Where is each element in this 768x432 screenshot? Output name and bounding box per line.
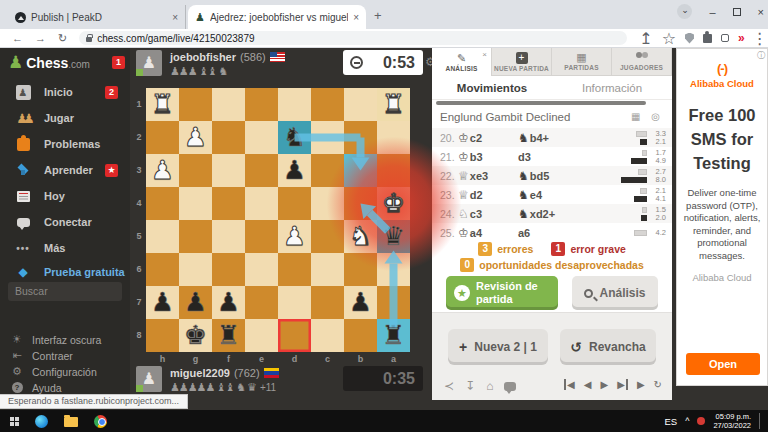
magnifier-icon (584, 289, 593, 298)
ad-body: Deliver one-time password (OTP), notific… (677, 187, 767, 262)
sidebar-footer-label: Interfaz oscura (32, 334, 101, 346)
black-move[interactable]: ♞xd2+ (518, 207, 578, 221)
square-c1[interactable] (311, 88, 344, 121)
tab-title: Publish | PeakD (31, 12, 167, 23)
square-b6[interactable] (344, 253, 377, 286)
square-f2[interactable] (212, 121, 245, 154)
white-move[interactable]: ♔b3 (458, 150, 518, 164)
square-e3[interactable] (245, 154, 278, 187)
square-a2[interactable] (377, 121, 410, 154)
piece-bP-g7: ♟ (179, 286, 212, 319)
ad-open-button[interactable]: Open (686, 353, 760, 375)
square-d5[interactable]: ♟ (278, 220, 311, 253)
piece-wK-a4: ♚ (377, 187, 410, 220)
new-game-button[interactable]: + Nueva 2 | 1 (448, 329, 548, 365)
blunder-badge: 1 (551, 242, 565, 256)
panel-tab-label: PARTIDAS (564, 64, 598, 71)
piece-bP-b7: ♟ (344, 286, 377, 319)
tab-close-icon[interactable]: × (353, 12, 359, 23)
logo-pawn-icon: ♟ (8, 54, 23, 71)
square-d4[interactable] (278, 187, 311, 220)
square-d2[interactable]: ♞ (278, 121, 311, 154)
autoplay-button[interactable]: ▶ (637, 379, 645, 390)
piece-bP-f7: ♟ (212, 286, 245, 319)
tricolor-flag-icon (264, 368, 279, 378)
top-captured-pieces: ♟♟♟ ♝♝ ♞ (170, 65, 227, 78)
square-h4[interactable] (146, 187, 179, 220)
square-c7[interactable] (311, 286, 344, 319)
square-f5[interactable] (212, 220, 245, 253)
rematch-button[interactable]: ↺ Revancha (560, 329, 656, 365)
square-c2[interactable] (311, 121, 344, 154)
square-h7[interactable]: ♟ (146, 286, 179, 319)
move-row-22: 22.♕xe3♞bd52.78.0 (432, 166, 672, 185)
square-e4[interactable] (245, 187, 278, 220)
square-h8[interactable] (146, 319, 179, 352)
sidebar-footer-label: Contraer (32, 350, 73, 362)
window-maximize-button[interactable] (733, 8, 741, 16)
panel-tab-nuevapartida[interactable]: +NUEVA PARTIDA (492, 48, 552, 76)
piece-wP-d5: ♟ (278, 220, 311, 253)
square-d1[interactable] (278, 88, 311, 121)
square-e6[interactable] (245, 253, 278, 286)
file-label-g: g (179, 354, 212, 364)
square-e8[interactable] (245, 319, 278, 352)
tab-movimientos[interactable]: Movimientos (432, 76, 552, 99)
move-number: 22. (432, 170, 458, 182)
first-move-button[interactable]: ◀ (564, 379, 575, 390)
scrollbar-thumb[interactable] (436, 101, 646, 105)
rank-label-5: 5 (134, 231, 144, 241)
move-time-bar (636, 131, 647, 137)
board-area: ♟ joebobfisher (586) ♟♟♟ ♝♝ ♞ 0:53 ⚙ ♜♜♟… (130, 48, 432, 410)
hoy-icon (17, 191, 30, 202)
piece-wP-g2: ♟ (179, 121, 212, 154)
square-f6[interactable] (212, 253, 245, 286)
mas-icon: ••• (16, 243, 30, 254)
square-d8[interactable] (278, 319, 311, 352)
sidebar-item-jugar[interactable]: ♟♟Jugar (0, 106, 130, 130)
conectar-icon (17, 218, 30, 227)
black-move[interactable]: a6 (518, 227, 578, 239)
sidebar-item-inicio[interactable]: ♟Inicio2 (0, 80, 130, 104)
sidebar-footer-label: Configuración (32, 366, 97, 378)
move-row-25: 25.♔a4a64.2 (432, 223, 672, 240)
panel-tab-label: ANÁLISIS (446, 65, 478, 72)
piece-bN-d2: ♞ (278, 121, 311, 154)
chat-icon[interactable] (504, 382, 516, 391)
timer-icon (350, 56, 363, 69)
close-analysis-icon[interactable]: × (482, 50, 487, 59)
tab-search-icon[interactable]: ⌄ (677, 4, 692, 19)
square-b7[interactable]: ♟ (344, 286, 377, 319)
black-move[interactable]: ♞e4 (518, 188, 578, 202)
tab-close-icon[interactable]: × (172, 12, 178, 23)
square-d7[interactable] (278, 286, 311, 319)
square-c5[interactable] (311, 220, 344, 253)
jugar-icon: ♟♟ (16, 112, 29, 125)
browser-toolbar: ← → ↻ chess.com/game/live/42150023879 ↥ … (0, 29, 768, 48)
download-icon[interactable]: ↧ (465, 379, 475, 393)
square-a7[interactable] (377, 286, 410, 319)
language-indicator[interactable]: ES (665, 416, 678, 427)
square-a8[interactable]: ♜ (377, 319, 410, 352)
move-time-bar (621, 177, 647, 183)
move-time-bar (631, 158, 647, 164)
rank-label-6: 6 (134, 264, 144, 274)
square-b4[interactable] (344, 187, 377, 220)
square-g3[interactable] (179, 154, 212, 187)
show-desktop-button[interactable] (759, 413, 762, 429)
white-move[interactable]: ♕xe3 (458, 169, 518, 183)
move-time-bar (641, 215, 647, 221)
browser-tab-peakd[interactable]: Publish | PeakD × (8, 5, 186, 29)
piece-wP-h3: ♟ (146, 154, 179, 187)
sidebar-footer-interfazoscura[interactable]: ☀Interfaz oscura (0, 332, 130, 347)
last-move-button[interactable]: ▶ (617, 379, 628, 390)
bottom-player-avatar[interactable]: ♟ (136, 366, 162, 392)
file-label-d: d (278, 354, 311, 364)
sidebar-item-prueba-gratuita[interactable]: ◆Prueba gratuita (0, 260, 130, 284)
sidebar-item-label: Aprender (44, 164, 93, 176)
new-tab-icon: + (516, 52, 528, 64)
extensions-puzzle-icon[interactable] (703, 34, 712, 43)
errors-badge: 3 (478, 242, 492, 256)
sidebar-item-conectar[interactable]: Conectar (0, 210, 130, 234)
top-player-name[interactable]: joebobfisher (586) (170, 51, 285, 63)
sidebar-item-ms[interactable]: •••Más (0, 236, 130, 260)
move-time-bar (642, 207, 647, 213)
tray-chevron-icon[interactable]: ^ (685, 416, 689, 426)
move-time: 4.2 (650, 228, 666, 237)
rematch-icon: ↺ (570, 339, 582, 355)
black-move[interactable]: ♞bd5 (518, 169, 578, 183)
piece-wN-b5: ♞ (344, 220, 377, 253)
panel-tab-label: NUEVA PARTIDA (494, 65, 549, 72)
rank-label-1: 1 (134, 99, 144, 109)
sidebar-footer-label: Ayuda (32, 382, 62, 394)
rank-label-3: 3 (134, 165, 144, 175)
white-move[interactable]: ♔a4 (458, 226, 518, 240)
sidebar-item-label: Conectar (44, 216, 92, 228)
problemas-icon (17, 138, 30, 151)
square-g7[interactable]: ♟ (179, 286, 212, 319)
game-summary: 3 errores 1 error grave 0 oportunidades … (432, 240, 672, 272)
opening-name: Englund Gambit Declined ▦ ◎ (440, 107, 664, 127)
square-f4[interactable] (212, 187, 245, 220)
reload-button[interactable]: ↻ (58, 32, 67, 45)
start-button[interactable] (10, 417, 19, 426)
peakd-favicon (15, 12, 26, 23)
grid-tab-icon: ▦ (576, 52, 586, 63)
square-a6[interactable] (377, 253, 410, 286)
chesscom-logo[interactable]: ♟ Chess .com 1 (8, 54, 90, 71)
piece-bK-g8: ♚ (179, 319, 212, 352)
chess-favicon: ♟ (195, 12, 205, 23)
panel-tab-anlisis[interactable]: ✎ANÁLISIS× (432, 48, 492, 76)
move-time-bar (640, 188, 647, 194)
square-h1[interactable]: ♜ (146, 88, 179, 121)
ad-footer-brand: Alibaba Cloud (677, 272, 767, 283)
black-move[interactable]: d3 (518, 151, 578, 163)
diamond-icon: ◆ (18, 265, 27, 279)
flip-board-icon[interactable]: ↻ (654, 379, 662, 390)
white-move[interactable]: ♔c2 (458, 131, 518, 145)
square-a4[interactable]: ♚ (377, 187, 410, 220)
piece-bP-h7: ♟ (146, 286, 179, 319)
square-c6[interactable] (311, 253, 344, 286)
rank-label-2: 2 (134, 132, 144, 142)
sidebar-item-label: Jugar (44, 112, 74, 124)
ad-panel: ⓘ (-) Alibaba Cloud Free 100 SMS for Tes… (676, 48, 768, 386)
tab-group-icon[interactable] (721, 34, 729, 42)
square-g6[interactable] (179, 253, 212, 286)
square-b5[interactable]: ♞ (344, 220, 377, 253)
back-button[interactable]: ← (12, 32, 23, 44)
opening-book-icon[interactable]: ▦ ◎ (631, 107, 664, 127)
bottom-player-rating: (762) (234, 367, 260, 379)
tab-informacion[interactable]: Información (552, 76, 672, 99)
ad-brand: Alibaba Cloud (677, 78, 767, 89)
notification-badge: 2 (105, 86, 118, 99)
taskbar: ES ^ 05:09 p.m. 27/03/2022 (0, 410, 768, 432)
game-review-button[interactable]: ★ Revisión de partida (446, 276, 558, 310)
file-label-f: f (212, 354, 245, 364)
square-g4[interactable] (179, 187, 212, 220)
blunder-label: error grave (570, 243, 625, 255)
move-number: 23. (432, 189, 458, 201)
search-input[interactable]: Buscar (8, 282, 122, 301)
logo-badge: 1 (112, 56, 125, 69)
material-advantage: +11 (260, 382, 276, 393)
square-g1[interactable] (179, 88, 212, 121)
sidebar-item-label: Inicio (44, 86, 73, 98)
panel-tab-partidas[interactable]: ▦PARTIDAS (552, 48, 612, 76)
piece-bR-a8: ♜ (377, 319, 410, 352)
move-time: 8.0 (650, 175, 666, 184)
browser-menu-icon[interactable]: ⋮ (752, 29, 768, 48)
panel-tab-jugadores[interactable]: JUGADORES (612, 48, 672, 76)
new-tab-button[interactable]: + (374, 8, 382, 23)
square-h5[interactable] (146, 220, 179, 253)
move-time-bar (640, 139, 647, 145)
sidebar-item-problemas[interactable]: Problemas (0, 132, 130, 156)
prev-move-button[interactable]: ◀ (584, 379, 592, 390)
share-game-icon[interactable]: ≺ (444, 379, 454, 393)
ad-info-icon[interactable]: ⓘ (757, 50, 765, 61)
chess-board: ♜♜♟♞♟♟♚♟♞♛♟♟♟♟♚♜♜ (146, 88, 410, 352)
missed-badge: 0 (460, 258, 474, 272)
sidebar-item-label: Más (44, 242, 65, 254)
file-label-e: e (245, 354, 278, 364)
missed-label: oportunidades desaprovechadas (479, 259, 644, 271)
piece-bR-f8: ♜ (212, 319, 245, 352)
sidebar: ♟ Chess .com 1 ♟Inicio2♟♟JugarProblemasA… (0, 48, 130, 410)
lock-icon (86, 37, 92, 42)
star-badge: ★ (105, 164, 118, 177)
square-c3[interactable] (311, 154, 344, 187)
errors-label: errores (497, 243, 533, 255)
square-d3[interactable]: ♟ (278, 154, 311, 187)
bottom-clock: 0:35 (343, 366, 423, 391)
white-move[interactable]: ♘c3 (458, 207, 518, 221)
share-icon[interactable]: ↥ (639, 29, 652, 48)
top-player-avatar[interactable]: ♟ (136, 50, 162, 76)
move-time: 4.9 (650, 156, 666, 165)
square-h6[interactable] (146, 253, 179, 286)
panel-tab-label: JUGADORES (620, 64, 663, 71)
file-explorer-icon[interactable] (64, 417, 78, 427)
sidebar-item-aprender[interactable]: Aprender★ (0, 158, 130, 182)
plus-icon: + (459, 339, 467, 355)
url-text: chess.com/game/live/42150023879 (97, 33, 254, 44)
analysis-panel: ✎ANÁLISIS×+NUEVA PARTIDA▦PARTIDASJUGADOR… (432, 48, 672, 400)
browser-tab-chess[interactable]: ♟ Ajedrez: joebobfisher vs miguel2 × (188, 5, 366, 29)
browser-tabstrip: Publish | PeakD × ♟ Ajedrez: joebobfishe… (0, 0, 768, 29)
square-a5[interactable]: ♛ (377, 220, 410, 253)
sidebar-footer-configuracin[interactable]: ⚙Configuración (0, 364, 130, 379)
square-e2[interactable] (245, 121, 278, 154)
top-clock: 0:53 (343, 50, 423, 75)
address-bar[interactable]: chess.com/game/live/42150023879 (79, 31, 627, 45)
square-c4[interactable] (311, 187, 344, 220)
us-flag-icon (270, 52, 285, 62)
system-clock[interactable]: 05:09 p.m. 27/03/2022 (713, 412, 751, 430)
analysis-tab-icon: ✎ (457, 53, 466, 64)
help-icon: ? (12, 382, 23, 393)
move-number: 21. (432, 151, 458, 163)
square-e7[interactable] (245, 286, 278, 319)
piece-bP-d3: ♟ (278, 154, 311, 187)
chrome-icon[interactable] (94, 415, 107, 428)
square-a3[interactable] (377, 154, 410, 187)
square-b2[interactable] (344, 121, 377, 154)
ad-headline: Free 100 SMS for Testing (677, 103, 767, 175)
piece-wR-a1: ♜ (377, 88, 410, 121)
square-b3[interactable] (344, 154, 377, 187)
file-label-c: c (311, 354, 344, 364)
top-player-bar: ♟ joebobfisher (586) ♟♟♟ ♝♝ ♞ 0:53 ⚙ (130, 50, 432, 80)
browser-status-text: Esperando a fastlane.rubiconproject.com.… (0, 394, 188, 409)
sidebar-item-label: Hoy (44, 190, 65, 202)
move-row-23: 23.♕d2♞e42.14.1 (432, 185, 672, 204)
square-b1[interactable] (344, 88, 377, 121)
screen: Publish | PeakD × ♟ Ajedrez: joebobfishe… (0, 0, 768, 432)
square-f7[interactable]: ♟ (212, 286, 245, 319)
analysis-button[interactable]: Análisis (572, 276, 658, 310)
alibaba-logo-icon: (-) (677, 61, 767, 76)
move-number: 24. (432, 208, 458, 220)
square-h2[interactable] (146, 121, 179, 154)
square-b8[interactable] (344, 319, 377, 352)
move-row-24: 24.♘c3♞xd2+1.52.0 (432, 204, 672, 223)
shield-extension-icon[interactable] (685, 33, 694, 44)
review-star-icon: ★ (454, 285, 470, 301)
move-time: 2.0 (650, 213, 666, 222)
square-g8[interactable]: ♚ (179, 319, 212, 352)
sidebar-item-label: Problemas (44, 138, 100, 150)
square-e5[interactable] (245, 220, 278, 253)
rank-label-4: 4 (134, 198, 144, 208)
sidebar-footer-contraer[interactable]: ⇤Contraer (0, 348, 130, 363)
piece-bQ-a5: ♛ (377, 220, 410, 253)
people-tab-icon (635, 52, 649, 63)
file-label-b: b (344, 354, 377, 364)
bottom-captured-pieces: ♟♟♟♟♟ ♝♝ ♞ ♛+11 (170, 381, 276, 394)
square-a1[interactable]: ♜ (377, 88, 410, 121)
top-player-rating: (586) (240, 51, 266, 63)
recording-tray-icon[interactable] (697, 417, 705, 425)
square-d6[interactable] (278, 253, 311, 286)
tab-title: Ajedrez: joebobfisher vs miguel2 (210, 12, 348, 23)
square-f3[interactable] (212, 154, 245, 187)
square-e1[interactable] (245, 88, 278, 121)
black-move[interactable]: ♞b4+ (518, 131, 578, 145)
move-number: 20. (432, 132, 458, 144)
move-row-21: 21.♔b3d31.74.9 (432, 147, 672, 166)
next-move-button[interactable]: ▶ (601, 379, 609, 390)
aprender-icon (17, 164, 29, 176)
move-time-bar (634, 196, 647, 202)
square-h3[interactable]: ♟ (146, 154, 179, 187)
white-move[interactable]: ♕d2 (458, 188, 518, 202)
page-content: ♟ Chess .com 1 ♟Inicio2♟♟JugarProblemasA… (0, 48, 768, 410)
forward-button[interactable]: → (35, 32, 46, 44)
logo-text: Chess (26, 55, 68, 71)
edge-icon[interactable] (35, 415, 48, 428)
square-f8[interactable]: ♜ (212, 319, 245, 352)
move-time-bar (642, 150, 647, 156)
file-label-h: h (146, 354, 179, 364)
move-time-bar (634, 230, 647, 236)
square-g2[interactable]: ♟ (179, 121, 212, 154)
bookmark-star-icon[interactable]: ☆ (662, 29, 676, 48)
sidebar-item-label: Prueba gratuita (44, 266, 125, 278)
file-label-a: a (377, 354, 410, 364)
window-close-button[interactable]: × (758, 6, 764, 18)
move-time: 4.1 (650, 194, 666, 203)
sidebar-item-hoy[interactable]: Hoy (0, 184, 130, 208)
move-row-20: 20.♔c2♞b4+3.32.1 (432, 128, 672, 147)
square-c8[interactable] (311, 319, 344, 352)
move-number: 25. (432, 227, 458, 239)
move-time: 2.1 (650, 137, 666, 146)
move-time-bar (638, 169, 647, 175)
piece-wR-h1: ♜ (146, 88, 179, 121)
square-f1[interactable] (212, 88, 245, 121)
move-list: 20.♔c2♞b4+3.32.121.♔b3d31.74.922.♕xe3♞bd… (432, 128, 672, 240)
window-minimize-button[interactable]: – (709, 6, 715, 18)
square-g5[interactable] (179, 220, 212, 253)
rank-label-7: 7 (134, 297, 144, 307)
inicio-icon: ♟ (16, 85, 31, 100)
rank-label-8: 8 (134, 330, 144, 340)
bottom-player-name[interactable]: miguel2209 (762) (170, 367, 279, 379)
sidebar-footer-ayuda[interactable]: ?Ayuda (0, 380, 130, 395)
tournament-icon[interactable]: ⌂ (486, 379, 493, 393)
hive-extension-icon[interactable]: » (738, 31, 743, 45)
bottom-player-bar: ♟ miguel2209 (762) ♟♟♟♟♟ ♝♝ ♞ ♛+11 0:35 (130, 366, 432, 396)
